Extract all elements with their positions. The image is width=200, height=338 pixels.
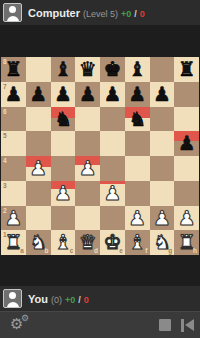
- rank-label-7: 7: [3, 83, 7, 90]
- score-separator: /: [78, 295, 81, 305]
- file-label-c: c: [70, 247, 74, 254]
- square-g7[interactable]: ♟: [150, 82, 175, 107]
- piece-black-pawn: ♟: [153, 82, 171, 107]
- square-b7[interactable]: ♟: [26, 82, 51, 107]
- opponent-level: (Level 5): [83, 9, 118, 19]
- square-h7[interactable]: [174, 82, 199, 107]
- square-e1[interactable]: ♚e: [100, 230, 125, 255]
- rank-label-3: 3: [3, 182, 7, 189]
- rank-label-1: 1: [3, 231, 7, 238]
- control-bar: ⚙ ⚙: [0, 311, 200, 338]
- square-a5[interactable]: 5: [1, 131, 26, 156]
- square-f4[interactable]: [125, 156, 150, 181]
- square-c4[interactable]: [51, 156, 76, 181]
- piece-black-queen: ♛: [79, 57, 97, 82]
- piece-black-bishop: ♝: [128, 57, 146, 82]
- square-h1[interactable]: ♜h: [174, 230, 199, 255]
- square-d1[interactable]: ♛d: [75, 230, 100, 255]
- square-c3[interactable]: ♟: [51, 181, 76, 206]
- piece-black-rook: ♜: [4, 57, 22, 82]
- piece-black-knight: ♞: [128, 107, 146, 132]
- piece-black-rook: ♜: [178, 57, 196, 82]
- score-separator: /: [134, 9, 137, 19]
- piece-white-bishop: ♝: [128, 230, 146, 255]
- player-avatar: [3, 289, 22, 308]
- square-f6[interactable]: ♞: [125, 107, 150, 132]
- square-d8[interactable]: ♛: [75, 57, 100, 82]
- square-b3[interactable]: [26, 181, 51, 206]
- piece-white-pawn: ♟: [4, 206, 22, 231]
- square-d3[interactable]: [75, 181, 100, 206]
- piece-white-pawn: ♟: [29, 156, 47, 181]
- rank-label-6: 6: [3, 108, 7, 115]
- person-icon-body: [7, 16, 19, 22]
- square-a2[interactable]: ♟2: [1, 206, 26, 231]
- square-g2[interactable]: ♟: [150, 206, 175, 231]
- square-h2[interactable]: ♟: [174, 206, 199, 231]
- piece-black-pawn: ♟: [128, 82, 146, 107]
- square-a8[interactable]: ♜8: [1, 57, 26, 82]
- square-g8[interactable]: [150, 57, 175, 82]
- player-rating: (0): [51, 295, 62, 305]
- square-h6[interactable]: [174, 107, 199, 132]
- person-icon: [9, 6, 16, 13]
- piece-black-pawn: ♟: [103, 82, 121, 107]
- square-d4[interactable]: ♟: [75, 156, 100, 181]
- square-f1[interactable]: ♝f: [125, 230, 150, 255]
- piece-black-pawn: ♟: [29, 82, 47, 107]
- square-a3[interactable]: 3: [1, 181, 26, 206]
- opponent-bar: Computer (Level 5) +0 / 0: [0, 0, 200, 25]
- square-b4[interactable]: ♟: [26, 156, 51, 181]
- rank-label-5: 5: [3, 132, 7, 139]
- square-c7[interactable]: ♟: [51, 82, 76, 107]
- opponent-wins: +0: [121, 9, 131, 19]
- square-e8[interactable]: ♚: [100, 57, 125, 82]
- square-e7[interactable]: ♟: [100, 82, 125, 107]
- square-d6[interactable]: [75, 107, 100, 132]
- square-e6[interactable]: [100, 107, 125, 132]
- chess-board[interactable]: ♜8♝♛♚♝♜♟7♟♟♟♟♟♟6♞♞5♟4♟♟3♟♟♟2♟♟♟♜1a♞b♝c♛d…: [1, 57, 199, 255]
- square-a1[interactable]: ♜1a: [1, 230, 26, 255]
- opponent-losses: 0: [140, 9, 145, 19]
- player-losses: 0: [84, 295, 89, 305]
- file-label-g: g: [168, 247, 172, 254]
- square-b6[interactable]: [26, 107, 51, 132]
- piece-black-pawn: ♟: [178, 131, 196, 156]
- square-d5[interactable]: [75, 131, 100, 156]
- square-g4[interactable]: [150, 156, 175, 181]
- square-d7[interactable]: ♟: [75, 82, 100, 107]
- piece-white-pawn: ♟: [54, 181, 72, 206]
- square-e3[interactable]: ♟: [100, 181, 125, 206]
- file-label-h: h: [193, 247, 197, 254]
- square-a4[interactable]: 4: [1, 156, 26, 181]
- gear-icon-small: ⚙: [21, 314, 29, 323]
- square-f7[interactable]: ♟: [125, 82, 150, 107]
- square-c8[interactable]: ♝: [51, 57, 76, 82]
- skip-to-start-icon: [181, 319, 184, 332]
- player-bar: You (0) +0 / 0: [0, 286, 200, 311]
- square-b2[interactable]: [26, 206, 51, 231]
- file-label-d: d: [94, 247, 98, 254]
- player-name: You: [28, 293, 48, 305]
- square-a6[interactable]: 6: [1, 107, 26, 132]
- piece-white-pawn: ♟: [178, 206, 196, 231]
- square-d2[interactable]: [75, 206, 100, 231]
- square-g3[interactable]: [150, 181, 175, 206]
- piece-white-pawn: ♟: [153, 206, 171, 231]
- square-h5[interactable]: ♟: [174, 131, 199, 156]
- square-g6[interactable]: [150, 107, 175, 132]
- piece-black-king: ♚: [103, 57, 121, 82]
- square-h3[interactable]: [174, 181, 199, 206]
- rank-label-8: 8: [3, 58, 7, 65]
- square-f2[interactable]: ♟: [125, 206, 150, 231]
- square-h8[interactable]: ♜: [174, 57, 199, 82]
- skip-to-start-icon-triangle: [185, 319, 194, 331]
- piece-white-pawn: ♟: [79, 156, 97, 181]
- person-icon-body: [7, 302, 19, 308]
- person-icon: [9, 292, 16, 299]
- settings-button[interactable]: ⚙ ⚙: [10, 314, 34, 336]
- square-g5[interactable]: [150, 131, 175, 156]
- square-f8[interactable]: ♝: [125, 57, 150, 82]
- square-g1[interactable]: ♞g: [150, 230, 175, 255]
- piece-white-pawn: ♟: [103, 181, 121, 206]
- file-label-b: b: [45, 247, 49, 254]
- square-c6[interactable]: ♞: [51, 107, 76, 132]
- square-c5[interactable]: [51, 131, 76, 156]
- opponent-avatar: [3, 3, 22, 22]
- square-b8[interactable]: [26, 57, 51, 82]
- square-e4[interactable]: [100, 156, 125, 181]
- skip-to-start-button[interactable]: [181, 318, 195, 332]
- player-wins: +0: [65, 295, 75, 305]
- file-label-f: f: [145, 247, 147, 254]
- square-e5[interactable]: [100, 131, 125, 156]
- piece-black-pawn: ♟: [4, 82, 22, 107]
- square-b1[interactable]: ♞b: [26, 230, 51, 255]
- square-a7[interactable]: ♟7: [1, 82, 26, 107]
- square-c2[interactable]: [51, 206, 76, 231]
- piece-black-pawn: ♟: [54, 82, 72, 107]
- file-label-a: a: [20, 247, 24, 254]
- rank-label-2: 2: [3, 207, 7, 214]
- opponent-name: Computer: [28, 7, 80, 19]
- square-e2[interactable]: [100, 206, 125, 231]
- square-h4[interactable]: [174, 156, 199, 181]
- square-f5[interactable]: [125, 131, 150, 156]
- piece-black-bishop: ♝: [54, 57, 72, 82]
- piece-black-pawn: ♟: [79, 82, 97, 107]
- piece-white-pawn: ♟: [128, 206, 146, 231]
- rank-label-4: 4: [3, 157, 7, 164]
- stop-button[interactable]: [159, 319, 171, 331]
- piece-black-knight: ♞: [54, 107, 72, 132]
- square-c1[interactable]: ♝c: [51, 230, 76, 255]
- square-b5[interactable]: [26, 131, 51, 156]
- square-f3[interactable]: [125, 181, 150, 206]
- file-label-e: e: [119, 247, 123, 254]
